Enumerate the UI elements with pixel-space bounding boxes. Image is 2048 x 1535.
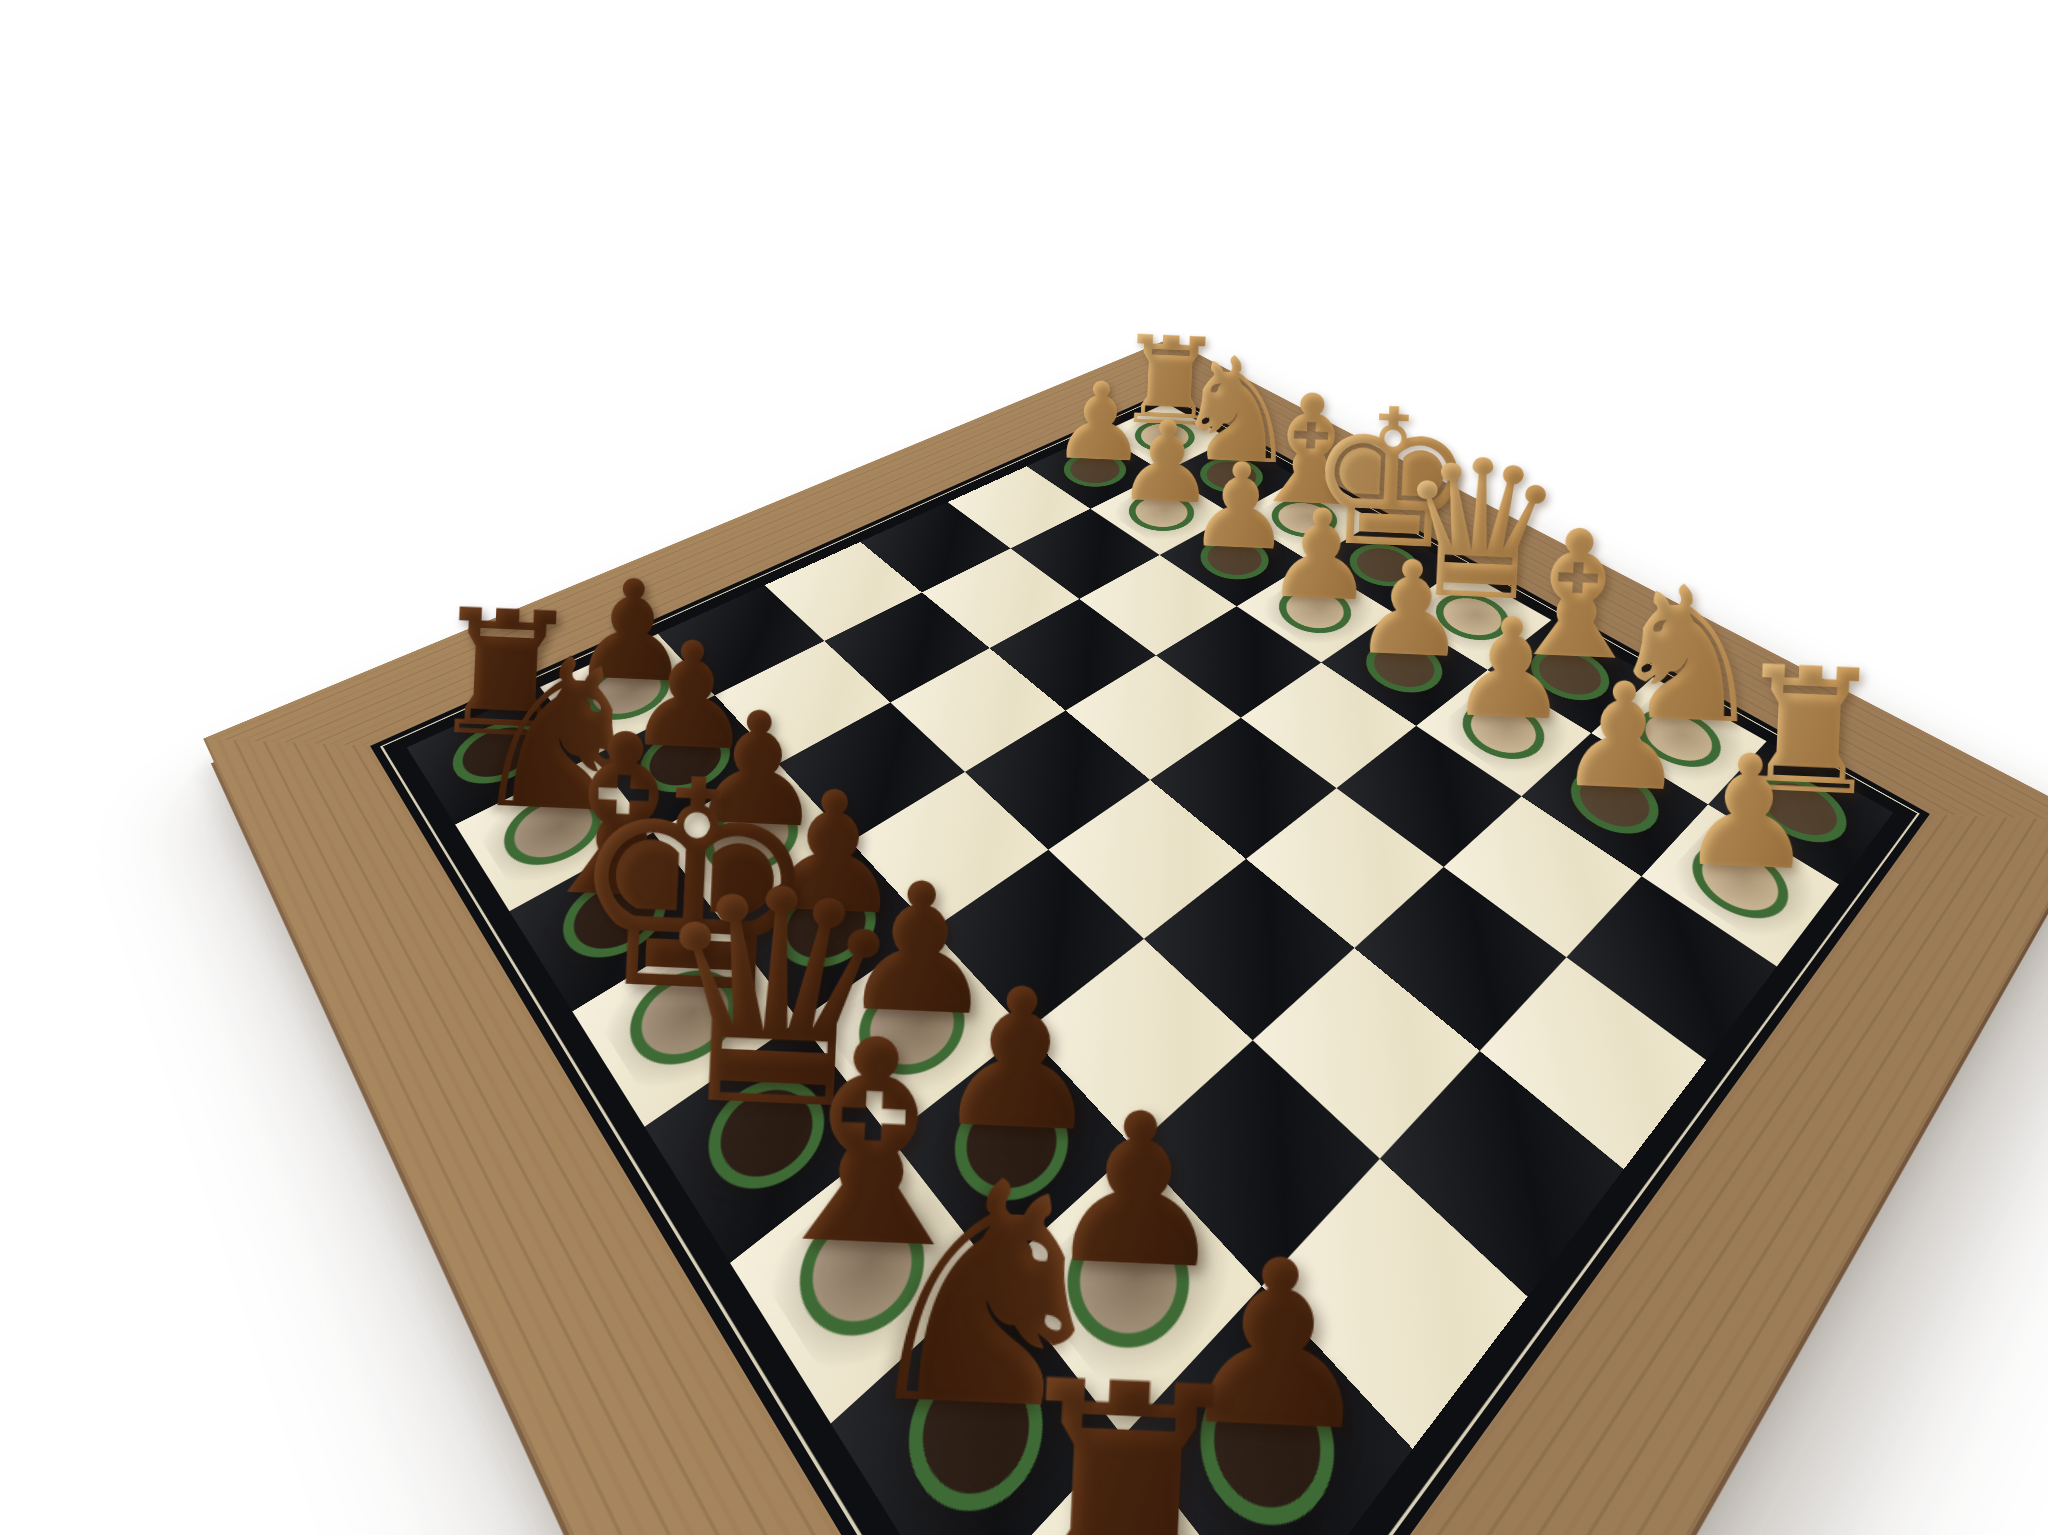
light-pawn-icon: ♟ — [1676, 737, 1822, 886]
product-photo-scene: ♜♞♝♛♚♝♞♜♟♟♟♟♟♟♟♟♟♟♟♟♟♟♟♟♜♞♝♛♚♝♞♜ — [0, 0, 2048, 1535]
light-pawn-icon: ♟ — [1554, 666, 1691, 806]
square-a5[interactable] — [1379, 1051, 1624, 1298]
board-frame: ♜♞♝♛♚♝♞♜♟♟♟♟♟♟♟♟♟♟♟♟♟♟♟♟♜♞♝♛♚♝♞♜ — [203, 339, 2048, 1535]
square-a8[interactable]: ♜ — [953, 1436, 1274, 1535]
light-pawn-icon: ♟ — [1446, 603, 1575, 735]
piece-dark-rook-a8[interactable]: ♜ — [953, 1436, 1274, 1535]
dark-rook-icon: ♜ — [986, 1354, 1265, 1535]
chess-board: ♜♞♝♛♚♝♞♜♟♟♟♟♟♟♟♟♟♟♟♟♟♟♟♟♜♞♝♛♚♝♞♜ — [203, 339, 2048, 1535]
square-f5[interactable] — [890, 648, 1065, 772]
